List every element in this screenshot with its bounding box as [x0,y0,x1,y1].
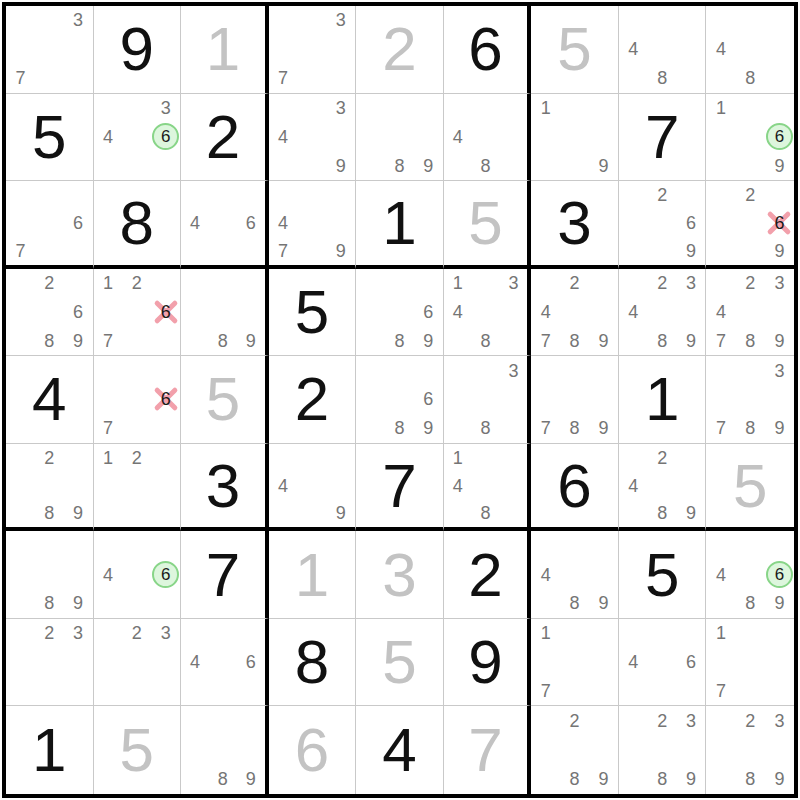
candidate-3: 3 [765,706,794,735]
cell-r3c4[interactable]: 479 [269,181,357,269]
cell-r5c9[interactable]: 3789 [706,356,794,444]
candidate-grid: 346 [94,94,181,181]
cell-r6c9[interactable]: 5 [706,444,794,532]
placed-digit: 6 [531,444,618,528]
candidate-grid: 89 [6,531,93,618]
cell-r8c9[interactable]: 17 [706,619,794,707]
candidate-8: 8 [209,326,237,355]
placed-digit: 1 [356,181,443,265]
candidate-grid: 89 [181,269,265,356]
candidate-9: 9 [765,151,794,180]
candidate-9: 9 [677,326,706,355]
candidate-4: 4 [181,209,209,237]
cell-r8c8[interactable]: 46 [619,619,707,707]
candidate-2: 2 [35,269,64,298]
candidate-3: 3 [677,269,706,298]
candidate-grid: 2489 [619,444,706,528]
cell-r8c6[interactable]: 9 [444,619,532,707]
candidate-3: 3 [499,356,527,385]
placed-digit: 1 [619,356,706,443]
candidate-8: 8 [35,499,64,527]
candidate-grid: 48 [619,6,706,93]
candidate-8: 8 [385,326,414,355]
candidate-9: 9 [326,499,355,527]
candidate-6: 6 [414,298,443,327]
cell-r2c9[interactable]: 169 [706,94,794,182]
candidate-4: 4 [531,298,560,327]
candidate-grid: 17 [706,619,794,706]
cell-r2c7[interactable]: 19 [531,94,619,182]
cell-r4c7[interactable]: 24789 [531,269,619,357]
candidate-9: 9 [765,765,794,794]
candidate-9: 9 [765,414,794,443]
cell-r6c7[interactable]: 6 [531,444,619,532]
red-cross-elimination: 6 [152,298,180,326]
candidate-9: 9 [414,414,443,443]
candidate-4: 4 [619,648,648,677]
cell-r6c3[interactable]: 3 [181,444,269,532]
cell-r8c3[interactable]: 46 [181,619,269,707]
candidate-7: 7 [706,326,735,355]
candidate-4: 4 [269,209,298,237]
candidate-2: 2 [560,269,589,298]
candidate-6: 6 [677,648,706,677]
solved-digit: 5 [706,444,794,528]
placed-digit: 1 [6,706,93,794]
candidate-6: 6 [677,209,706,237]
candidate-9: 9 [326,151,355,180]
cell-r7c5[interactable]: 3 [356,531,444,619]
cell-r7c9[interactable]: 4689 [706,531,794,619]
placed-digit: 9 [444,619,528,706]
cell-r9c2[interactable]: 5 [94,706,182,794]
solved-digit: 5 [181,356,265,443]
candidate-grid: 37 [6,6,93,93]
solved-digit: 3 [356,531,443,618]
candidate-4: 4 [619,35,648,64]
candidate-grid: 19 [531,94,618,181]
placed-digit: 6 [444,6,528,93]
cell-r6c4[interactable]: 49 [269,444,357,532]
candidate-grid: 689 [356,356,443,443]
candidate-6-crossed: 6 [765,209,794,237]
candidate-3: 3 [151,94,180,123]
placed-digit: 8 [94,181,181,265]
candidate-1: 1 [94,269,123,298]
cell-r4c1[interactable]: 2689 [6,269,94,357]
candidate-9: 9 [64,589,93,618]
cell-r5c3[interactable]: 5 [181,356,269,444]
candidate-8: 8 [648,326,677,355]
candidate-1: 1 [531,94,560,123]
candidate-8: 8 [385,414,414,443]
cell-r9c3[interactable]: 89 [181,706,269,794]
candidate-3: 3 [677,706,706,735]
candidate-2: 2 [648,706,677,735]
cell-r1c8[interactable]: 48 [619,6,707,94]
placed-digit: 8 [269,619,356,706]
candidate-grid: 3789 [706,356,794,443]
candidate-6: 6 [237,209,265,237]
candidate-grid: 89 [356,94,443,181]
cell-r9c8[interactable]: 2389 [619,706,707,794]
candidate-8: 8 [736,326,765,355]
candidate-9: 9 [677,499,706,527]
candidate-6-circled: 6 [151,122,180,151]
candidate-4: 4 [94,122,123,151]
candidate-grid: 17 [531,619,618,706]
green-circle-highlight: 6 [766,123,793,150]
cell-r4c4[interactable]: 5 [269,269,357,357]
placed-digit: 3 [531,181,618,265]
candidate-grid: 38 [444,356,528,443]
candidate-2: 2 [35,619,64,648]
candidate-grid: 489 [531,531,618,618]
cell-r8c4[interactable]: 8 [269,619,357,707]
candidate-9: 9 [765,237,794,265]
red-cross-elimination: 6 [765,209,793,237]
candidate-3: 3 [765,269,794,298]
candidate-grid: 37 [269,6,356,93]
candidate-8: 8 [472,326,500,355]
cell-r1c5[interactable]: 2 [356,6,444,94]
cell-r5c6[interactable]: 38 [444,356,532,444]
candidate-grid: 234789 [706,269,794,356]
candidate-grid: 23 [94,619,181,706]
candidate-grid: 89 [181,706,265,794]
placed-digit: 2 [444,531,528,618]
candidate-6-circled: 6 [765,560,794,589]
candidate-9: 9 [765,589,794,618]
solved-digit: 2 [356,6,443,93]
candidate-4: 4 [94,560,123,589]
candidate-8: 8 [736,64,765,93]
candidate-grid: 289 [6,444,93,528]
candidate-2: 2 [122,444,151,472]
cell-r4c2[interactable]: 1267 [94,269,182,357]
candidate-8: 8 [385,151,414,180]
placed-digit: 7 [181,531,265,618]
cell-r7c2[interactable]: 46 [94,531,182,619]
cell-r4c9[interactable]: 234789 [706,269,794,357]
candidate-grid: 23489 [619,269,706,356]
cell-r2c1[interactable]: 5 [6,94,94,182]
candidate-4: 4 [706,35,735,64]
candidate-2: 2 [648,181,677,209]
candidate-8: 8 [560,765,589,794]
candidate-8: 8 [736,414,765,443]
candidate-9: 9 [414,326,443,355]
cell-r6c8[interactable]: 2489 [619,444,707,532]
cell-r5c7[interactable]: 789 [531,356,619,444]
candidate-grid: 24789 [531,269,618,356]
candidate-4: 4 [269,122,298,151]
placed-digit: 5 [619,531,706,618]
candidate-8: 8 [648,765,677,794]
candidate-7: 7 [269,237,298,265]
cell-r1c3[interactable]: 1 [181,6,269,94]
cell-r7c6[interactable]: 2 [444,531,532,619]
candidate-grid: 479 [269,181,356,265]
placed-digit: 2 [181,94,265,181]
candidate-2: 2 [122,619,151,648]
green-circle-highlight: 6 [152,561,179,588]
solved-digit: 6 [269,706,356,794]
candidate-4: 4 [619,298,648,327]
cell-r9c4[interactable]: 6 [269,706,357,794]
candidate-grid: 2689 [6,269,93,356]
candidate-7: 7 [531,677,560,706]
candidate-grid: 12 [94,444,181,528]
candidate-9: 9 [414,151,443,180]
candidate-7: 7 [531,326,560,355]
candidate-8: 8 [560,414,589,443]
solved-digit: 5 [356,619,443,706]
candidate-4: 4 [706,560,735,589]
candidate-9: 9 [589,765,618,794]
cell-r4c3[interactable]: 89 [181,269,269,357]
placed-digit: 3 [181,444,265,528]
solved-digit: 1 [181,6,265,93]
candidate-7: 7 [6,237,35,265]
candidate-9: 9 [589,414,618,443]
cell-r8c7[interactable]: 17 [531,619,619,707]
cell-r2c8[interactable]: 7 [619,94,707,182]
cell-r7c1[interactable]: 89 [6,531,94,619]
cell-r2c6[interactable]: 48 [444,94,532,182]
candidate-grid: 269 [619,181,706,265]
candidate-grid: 1267 [94,269,181,356]
placed-digit: 7 [356,444,443,528]
cell-r3c3[interactable]: 46 [181,181,269,269]
placed-digit: 4 [356,706,443,794]
candidate-2: 2 [122,269,151,298]
cell-r1c6[interactable]: 6 [444,6,532,94]
cell-r5c8[interactable]: 1 [619,356,707,444]
candidate-3: 3 [326,6,355,35]
candidate-3: 3 [499,269,527,298]
cell-r9c9[interactable]: 2389 [706,706,794,794]
candidate-8: 8 [648,64,677,93]
solved-digit: 1 [269,531,356,618]
candidate-9: 9 [589,326,618,355]
red-cross-elimination: 6 [152,385,180,413]
cell-r8c2[interactable]: 23 [94,619,182,707]
candidate-4: 4 [531,560,560,589]
cell-r6c6[interactable]: 148 [444,444,532,532]
candidate-8: 8 [736,589,765,618]
candidate-6: 6 [64,298,93,327]
candidate-grid: 148 [444,444,528,528]
candidate-8: 8 [35,589,64,618]
candidate-9: 9 [237,326,265,355]
candidate-6-circled: 6 [765,122,794,151]
candidate-grid: 789 [531,356,618,443]
cell-r2c5[interactable]: 89 [356,94,444,182]
cell-r4c6[interactable]: 1348 [444,269,532,357]
cell-r6c2[interactable]: 12 [94,444,182,532]
candidate-2: 2 [736,181,765,209]
candidate-grid: 46 [181,181,265,265]
candidate-4: 4 [444,298,472,327]
candidate-1: 1 [94,444,123,472]
candidate-9: 9 [677,237,706,265]
candidate-6-crossed: 6 [151,385,180,414]
candidate-1: 1 [706,619,735,648]
candidate-6-crossed: 6 [151,298,180,327]
candidate-grid: 289 [531,706,618,794]
candidate-7: 7 [6,64,35,93]
candidate-9: 9 [589,151,618,180]
candidate-1: 1 [444,444,472,472]
solved-digit: 7 [444,706,528,794]
green-circle-highlight: 6 [152,123,179,150]
cell-r6c1[interactable]: 289 [6,444,94,532]
candidate-6: 6 [64,209,93,237]
candidate-4: 4 [181,648,209,677]
candidate-7: 7 [531,414,560,443]
cell-r7c7[interactable]: 489 [531,531,619,619]
candidate-2: 2 [648,269,677,298]
candidate-4: 4 [444,472,472,500]
candidate-8: 8 [472,499,500,527]
cell-r9c1[interactable]: 1 [6,706,94,794]
solved-digit: 5 [531,6,618,93]
cell-r9c6[interactable]: 7 [444,706,532,794]
placed-digit: 5 [269,269,356,356]
cell-r7c4[interactable]: 1 [269,531,357,619]
placed-digit: 5 [6,94,93,181]
cell-r3c9[interactable]: 269 [706,181,794,269]
candidate-9: 9 [326,237,355,265]
candidate-9: 9 [589,589,618,618]
cell-r9c5[interactable]: 4 [356,706,444,794]
candidate-8: 8 [648,499,677,527]
cell-r8c5[interactable]: 5 [356,619,444,707]
candidate-2: 2 [648,444,677,472]
cell-r4c5[interactable]: 689 [356,269,444,357]
cell-r3c1[interactable]: 67 [6,181,94,269]
candidate-grid: 23 [6,619,93,706]
candidate-7: 7 [706,677,735,706]
candidate-4: 4 [444,122,472,151]
candidate-2: 2 [736,706,765,735]
candidate-grid: 689 [356,269,443,356]
candidate-7: 7 [269,64,298,93]
candidate-grid: 49 [269,444,356,528]
candidate-4: 4 [269,472,298,500]
candidate-grid: 169 [706,94,794,181]
candidate-6: 6 [237,648,265,677]
cell-r3c2[interactable]: 8 [94,181,182,269]
candidate-9: 9 [765,326,794,355]
cell-r5c5[interactable]: 689 [356,356,444,444]
solved-digit: 5 [444,181,528,265]
candidate-9: 9 [64,499,93,527]
candidate-8: 8 [472,414,500,443]
candidate-1: 1 [706,94,735,123]
cell-r3c8[interactable]: 269 [619,181,707,269]
candidate-4: 4 [619,472,648,500]
candidate-grid: 349 [269,94,356,181]
candidate-2: 2 [560,706,589,735]
candidate-grid: 1348 [444,269,528,356]
candidate-8: 8 [736,765,765,794]
candidate-1: 1 [444,269,472,298]
cell-r1c9[interactable]: 48 [706,6,794,94]
candidate-7: 7 [94,414,123,443]
cell-r1c7[interactable]: 5 [531,6,619,94]
candidate-9: 9 [677,765,706,794]
candidate-grid: 2389 [706,706,794,794]
cell-r3c5[interactable]: 1 [356,181,444,269]
candidate-9: 9 [237,765,265,794]
candidate-grid: 4689 [706,531,794,618]
candidate-8: 8 [560,326,589,355]
candidate-2: 2 [736,269,765,298]
placed-digit: 4 [6,356,93,443]
cell-r5c2[interactable]: 67 [94,356,182,444]
candidate-7: 7 [706,414,735,443]
candidate-1: 1 [531,619,560,648]
candidate-grid: 48 [706,6,794,93]
cell-r2c2[interactable]: 346 [94,94,182,182]
candidate-grid: 67 [94,356,181,443]
candidate-2: 2 [35,444,64,472]
candidate-8: 8 [35,326,64,355]
cell-r5c1[interactable]: 4 [6,356,94,444]
candidate-3: 3 [64,6,93,35]
candidate-9: 9 [64,326,93,355]
cell-r4c8[interactable]: 23489 [619,269,707,357]
cell-r3c6[interactable]: 5 [444,181,532,269]
placed-digit: 7 [619,94,706,181]
candidate-grid: 46 [94,531,181,618]
candidate-4: 4 [706,298,735,327]
cell-r9c7[interactable]: 289 [531,706,619,794]
candidate-6: 6 [414,385,443,414]
candidate-grid: 48 [444,94,528,181]
cell-r1c2[interactable]: 9 [94,6,182,94]
placed-digit: 2 [269,356,356,443]
candidate-3: 3 [64,619,93,648]
candidate-grid: 67 [6,181,93,265]
cell-r6c5[interactable]: 7 [356,444,444,532]
cell-r5c4[interactable]: 2 [269,356,357,444]
cell-r7c3[interactable]: 7 [181,531,269,619]
cell-r8c1[interactable]: 23 [6,619,94,707]
green-circle-highlight: 6 [766,561,793,588]
candidate-grid: 46 [619,619,706,706]
cell-r1c1[interactable]: 37 [6,6,94,94]
candidate-grid: 269 [706,181,794,265]
candidate-8: 8 [560,589,589,618]
candidate-grid: 46 [181,619,265,706]
cell-r3c7[interactable]: 3 [531,181,619,269]
candidate-6-circled: 6 [151,560,180,589]
candidate-3: 3 [326,94,355,123]
cell-r7c8[interactable]: 5 [619,531,707,619]
candidate-8: 8 [209,765,237,794]
candidate-3: 3 [151,619,180,648]
placed-digit: 9 [94,6,181,93]
cell-r1c4[interactable]: 37 [269,6,357,94]
cell-r2c4[interactable]: 349 [269,94,357,182]
candidate-8: 8 [472,151,500,180]
sudoku-board: 3791372654848534623498948197169678464791… [2,2,798,798]
cell-r2c3[interactable]: 2 [181,94,269,182]
candidate-grid: 2389 [619,706,706,794]
